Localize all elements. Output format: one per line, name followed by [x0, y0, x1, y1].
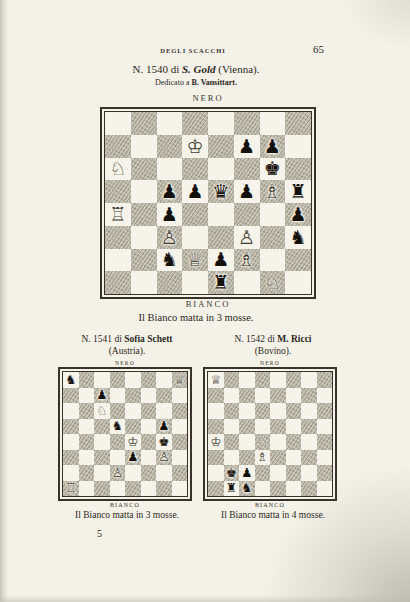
white-queen: ♕	[210, 374, 221, 387]
square-f8	[286, 372, 302, 388]
square-d5	[255, 419, 271, 435]
square-e4: ♔	[125, 434, 141, 450]
square-a6	[208, 403, 224, 419]
square-g4	[260, 203, 286, 226]
square-g6	[301, 403, 317, 419]
square-b6	[79, 403, 95, 419]
white-king: ♔	[210, 436, 221, 449]
square-h5	[317, 419, 333, 435]
square-e7	[125, 388, 141, 404]
black-side-label-left: NERO	[58, 360, 192, 366]
square-h6	[172, 403, 188, 419]
square-a8	[105, 112, 131, 135]
square-a6	[63, 403, 79, 419]
black-pawn: ♟	[158, 420, 169, 433]
square-a7	[63, 388, 79, 404]
right-problem-author: M. Ricci	[277, 334, 311, 344]
square-g8	[156, 372, 172, 388]
square-g7: ♟	[260, 135, 286, 158]
square-f1	[141, 481, 157, 497]
square-a4: ♔	[208, 434, 224, 450]
square-b8	[131, 112, 157, 135]
square-e8	[125, 372, 141, 388]
square-e7	[270, 388, 286, 404]
square-e1: ♜	[208, 271, 234, 294]
square-e2: ♟	[208, 249, 234, 272]
chessboard-right: ♕♔♘♗♚♟♜♞	[207, 371, 333, 497]
white-side-label-main: BIANCO	[100, 299, 316, 309]
chessboard-main-frame: ♔♟♟♘♚♟♟♛♟♗♜♖♟♟♙♙♞♞♕♟♗♜♘	[100, 107, 316, 299]
stipulation-left: Il Bianco matta in 3 mosse.	[52, 510, 202, 520]
square-g2	[260, 249, 286, 272]
square-f5	[141, 419, 157, 435]
square-f8	[141, 372, 157, 388]
square-a2	[208, 465, 224, 481]
square-b6	[131, 158, 157, 181]
square-d7	[255, 388, 271, 404]
left-problem-author: Sofia Schett	[124, 334, 172, 344]
black-side-label-right: NERO	[203, 360, 337, 366]
black-knight: ♞	[161, 250, 178, 269]
square-e3: ♟	[125, 450, 141, 466]
square-h2	[317, 465, 333, 481]
black-queen: ♛	[212, 182, 229, 201]
white-side-label-right: BIANCO	[203, 502, 337, 508]
square-a8: ♕	[208, 372, 224, 388]
black-pawn: ♟	[161, 182, 178, 201]
square-b2	[79, 465, 95, 481]
square-d4	[182, 203, 208, 226]
square-f3	[286, 450, 302, 466]
square-b8	[224, 372, 240, 388]
running-title: DEGLI SCACCHI	[0, 47, 386, 54]
white-knight: ♘	[257, 436, 268, 449]
square-d1	[110, 481, 126, 497]
main-problem-title: N. 1540 di S. Gold (Vienna).	[0, 63, 392, 75]
square-h6	[285, 158, 311, 181]
square-f6	[141, 403, 157, 419]
white-pawn: ♙	[112, 467, 123, 480]
square-c5: ♟	[157, 180, 183, 203]
black-rook: ♜	[290, 182, 307, 201]
square-g3	[301, 450, 317, 466]
left-problem-origin: (Austria).	[109, 346, 146, 356]
square-g8	[301, 372, 317, 388]
white-rook: ♖	[65, 482, 76, 495]
square-e4	[270, 434, 286, 450]
square-b6	[224, 403, 240, 419]
square-h1	[172, 481, 188, 497]
square-b1	[79, 481, 95, 497]
white-bishop: ♗	[238, 250, 255, 269]
square-h8	[317, 372, 333, 388]
square-f3: ♙	[234, 226, 260, 249]
square-c4: ♟	[157, 203, 183, 226]
square-h3	[317, 450, 333, 466]
square-h2	[172, 465, 188, 481]
square-f7: ♟	[234, 135, 260, 158]
black-pawn: ♟	[238, 182, 255, 201]
square-g2	[301, 465, 317, 481]
left-problem-number: N. 1541 di	[81, 334, 121, 344]
square-a5	[208, 419, 224, 435]
square-b4	[79, 434, 95, 450]
square-e8	[270, 372, 286, 388]
square-e1	[270, 481, 286, 497]
square-h1	[317, 481, 333, 497]
chessboard-left-frame: ♞♕♟♘♞♟♔♚♟♙♙♖	[58, 367, 192, 501]
square-g6	[156, 403, 172, 419]
square-e7	[208, 135, 234, 158]
main-problem-number: N. 1540 di	[132, 63, 179, 75]
white-rook: ♖	[109, 205, 126, 224]
square-c8	[94, 372, 110, 388]
square-c4	[94, 434, 110, 450]
square-h3: ♞	[285, 226, 311, 249]
black-king: ♚	[158, 436, 169, 449]
black-pawn: ♟	[238, 137, 255, 156]
square-a6: ♘	[105, 158, 131, 181]
square-g1	[301, 481, 317, 497]
square-a7	[105, 135, 131, 158]
square-a7	[208, 388, 224, 404]
square-b2	[131, 249, 157, 272]
square-h4	[172, 434, 188, 450]
square-d1	[182, 271, 208, 294]
square-d6	[110, 403, 126, 419]
square-h7	[285, 135, 311, 158]
square-b8	[79, 372, 95, 388]
square-a8: ♞	[63, 372, 79, 388]
square-h2	[285, 249, 311, 272]
square-b3	[79, 450, 95, 466]
square-c5	[239, 419, 255, 435]
square-a5	[105, 180, 131, 203]
white-bishop: ♗	[264, 182, 281, 201]
black-rook: ♜	[212, 273, 229, 292]
square-g4	[301, 434, 317, 450]
square-d2: ♕	[182, 249, 208, 272]
white-knight: ♘	[96, 405, 107, 418]
square-c5	[94, 419, 110, 435]
square-c1: ♞	[239, 481, 255, 497]
page: DEGLI SCACCHI 65 N. 1540 di S. Gold (Vie…	[0, 0, 410, 602]
square-c7	[239, 388, 255, 404]
white-pawn: ♙	[158, 451, 169, 464]
square-c1	[94, 481, 110, 497]
square-b1	[131, 271, 157, 294]
square-b7	[79, 388, 95, 404]
square-e6	[208, 158, 234, 181]
square-c3	[94, 450, 110, 466]
square-h3	[172, 450, 188, 466]
square-g6: ♚	[260, 158, 286, 181]
black-knight: ♞	[112, 420, 123, 433]
right-problem-origin: (Bovino).	[255, 346, 292, 356]
black-side-label-main: NERO	[100, 93, 316, 103]
black-pawn: ♟	[241, 467, 252, 480]
square-e3	[270, 450, 286, 466]
square-h8: ♕	[172, 372, 188, 388]
square-a1	[105, 271, 131, 294]
square-b4	[224, 434, 240, 450]
square-a5	[63, 419, 79, 435]
square-f4	[234, 203, 260, 226]
black-pawn: ♟	[290, 205, 307, 224]
square-f5: ♟	[234, 180, 260, 203]
square-f6	[286, 403, 302, 419]
square-d8	[255, 372, 271, 388]
square-a1: ♖	[63, 481, 79, 497]
square-b3	[224, 450, 240, 466]
square-h4	[317, 434, 333, 450]
square-c2: ♞	[157, 249, 183, 272]
square-a1	[208, 481, 224, 497]
left-problem-title: N. 1541 di Sofia Schett(Austria).	[52, 333, 202, 357]
scan-shadow-top-right	[340, 0, 410, 50]
scan-edge-left	[0, 0, 8, 602]
signature-mark: 5	[97, 528, 102, 539]
square-c6	[239, 403, 255, 419]
page-number: 65	[313, 43, 324, 55]
black-rook: ♜	[226, 482, 237, 495]
square-g8	[260, 112, 286, 135]
square-h5	[172, 419, 188, 435]
square-d3	[182, 226, 208, 249]
stipulation-main: Il Bianco matta in 3 mosse.	[0, 312, 392, 323]
square-h8	[285, 112, 311, 135]
black-pawn: ♟	[212, 250, 229, 269]
chessboard-main: ♔♟♟♘♚♟♟♛♟♗♜♖♟♟♙♙♞♞♕♟♗♜♘	[104, 111, 312, 295]
square-c8	[157, 112, 183, 135]
square-d6	[182, 158, 208, 181]
square-f5	[286, 419, 302, 435]
square-c3	[239, 450, 255, 466]
white-side-label-left: BIANCO	[58, 502, 192, 508]
square-d2	[255, 465, 271, 481]
stipulation-right: Il Bianco matta in 4 mosse.	[198, 510, 348, 520]
square-d3: ♗	[255, 450, 271, 466]
black-knight: ♞	[290, 228, 307, 247]
square-e2	[270, 465, 286, 481]
white-queen: ♕	[174, 374, 185, 387]
square-f3	[141, 450, 157, 466]
square-b5	[79, 419, 95, 435]
square-c6	[157, 158, 183, 181]
chessboard-left: ♞♕♟♘♞♟♔♚♟♙♙♖	[62, 371, 188, 497]
dedicatee-name: B. Vansittart.	[191, 78, 237, 87]
black-pawn: ♟	[264, 137, 281, 156]
square-h5: ♜	[285, 180, 311, 203]
square-f1	[234, 271, 260, 294]
dedication-prefix: Dedicato a	[155, 78, 189, 87]
square-g7	[301, 388, 317, 404]
square-a3	[208, 450, 224, 466]
white-queen: ♕	[187, 250, 204, 269]
square-d2: ♙	[110, 465, 126, 481]
main-problem-origin: (Vienna).	[218, 63, 259, 75]
square-e2	[125, 465, 141, 481]
main-problem-author: S. Gold	[182, 63, 216, 75]
square-e1	[125, 481, 141, 497]
square-e5	[270, 419, 286, 435]
square-d5: ♟	[182, 180, 208, 203]
square-e8	[208, 112, 234, 135]
square-c2: ♟	[239, 465, 255, 481]
square-g3: ♙	[156, 450, 172, 466]
square-e6	[125, 403, 141, 419]
square-f4	[141, 434, 157, 450]
square-b2: ♚	[224, 465, 240, 481]
square-a4: ♖	[105, 203, 131, 226]
square-d7: ♔	[182, 135, 208, 158]
square-a3	[63, 450, 79, 466]
square-a2	[105, 249, 131, 272]
square-c8	[239, 372, 255, 388]
square-g1: ♘	[260, 271, 286, 294]
square-d7	[110, 388, 126, 404]
square-c4	[239, 434, 255, 450]
right-problem-title: N. 1542 di M. Ricci(Bovino).	[198, 333, 348, 357]
chessboard-right-frame: ♕♔♘♗♚♟♜♞	[203, 367, 337, 501]
square-g5	[301, 419, 317, 435]
square-c7	[157, 135, 183, 158]
square-d5: ♞	[110, 419, 126, 435]
square-d8	[110, 372, 126, 388]
black-pawn: ♟	[127, 451, 138, 464]
square-f2	[141, 465, 157, 481]
square-f2: ♗	[234, 249, 260, 272]
square-g7	[156, 388, 172, 404]
square-a2	[63, 465, 79, 481]
square-c6: ♘	[94, 403, 110, 419]
square-b3	[131, 226, 157, 249]
square-h7	[317, 388, 333, 404]
white-king: ♔	[187, 137, 204, 156]
square-g3	[260, 226, 286, 249]
square-g1	[156, 481, 172, 497]
square-d1	[255, 481, 271, 497]
black-king: ♚	[264, 159, 281, 178]
square-f7	[141, 388, 157, 404]
black-knight: ♞	[241, 482, 252, 495]
main-problem-dedication: Dedicato a B. Vansittart.	[0, 78, 392, 87]
square-g5: ♟	[156, 419, 172, 435]
black-pawn: ♟	[161, 205, 178, 224]
square-b7	[131, 135, 157, 158]
square-b1: ♜	[224, 481, 240, 497]
square-d4: ♘	[255, 434, 271, 450]
square-b5	[224, 419, 240, 435]
square-f1	[286, 481, 302, 497]
square-c7: ♟	[94, 388, 110, 404]
square-c3: ♙	[157, 226, 183, 249]
square-d4	[110, 434, 126, 450]
black-pawn: ♟	[96, 389, 107, 402]
black-knight: ♞	[65, 374, 76, 387]
square-h6	[317, 403, 333, 419]
square-a4	[63, 434, 79, 450]
white-knight: ♘	[264, 273, 281, 292]
white-knight: ♘	[109, 159, 126, 178]
square-f8	[234, 112, 260, 135]
square-d8	[182, 112, 208, 135]
white-king: ♔	[127, 436, 138, 449]
square-b4	[131, 203, 157, 226]
square-e3	[208, 226, 234, 249]
square-b5	[131, 180, 157, 203]
square-d6	[255, 403, 271, 419]
square-g4: ♚	[156, 434, 172, 450]
square-h7	[172, 388, 188, 404]
square-g2	[156, 465, 172, 481]
black-pawn: ♟	[187, 182, 204, 201]
black-king: ♚	[226, 467, 237, 480]
square-h1	[285, 271, 311, 294]
square-e5	[125, 419, 141, 435]
square-d3	[110, 450, 126, 466]
square-a3	[105, 226, 131, 249]
square-f4	[286, 434, 302, 450]
white-pawn: ♙	[161, 228, 178, 247]
square-f6	[234, 158, 260, 181]
white-pawn: ♙	[238, 228, 255, 247]
square-c1	[157, 271, 183, 294]
white-bishop: ♗	[257, 451, 268, 464]
square-b7	[224, 388, 240, 404]
square-e5: ♛	[208, 180, 234, 203]
square-e4	[208, 203, 234, 226]
square-h4: ♟	[285, 203, 311, 226]
square-e6	[270, 403, 286, 419]
square-g5: ♗	[260, 180, 286, 203]
square-f2	[286, 465, 302, 481]
square-c2	[94, 465, 110, 481]
square-f7	[286, 388, 302, 404]
right-problem-number: N. 1542 di	[234, 334, 274, 344]
scan-edge-bottom	[0, 595, 410, 602]
